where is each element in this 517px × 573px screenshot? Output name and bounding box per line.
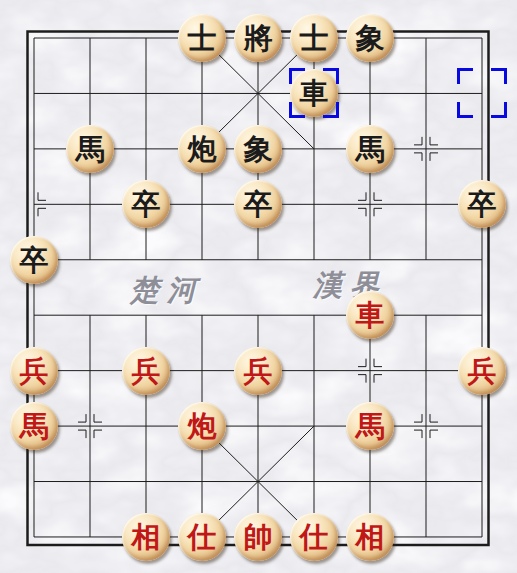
piece-black-soldier[interactable]: 卒 <box>458 180 506 228</box>
piece-red-soldier[interactable]: 兵 <box>234 347 282 395</box>
piece-label: 卒 <box>244 180 273 228</box>
piece-label: 兵 <box>132 347 161 395</box>
piece-black-elephant[interactable]: 象 <box>346 14 394 62</box>
piece-red-cannon[interactable]: 炮 <box>178 402 226 450</box>
piece-label: 馬 <box>356 125 385 173</box>
piece-red-advisor[interactable]: 仕 <box>290 513 338 561</box>
piece-black-soldier[interactable]: 卒 <box>122 180 170 228</box>
piece-red-chariot[interactable]: 車 <box>346 291 394 339</box>
piece-label: 將 <box>244 14 273 62</box>
piece-label: 兵 <box>468 347 497 395</box>
piece-label: 士 <box>188 14 217 62</box>
piece-label: 帥 <box>244 513 273 561</box>
piece-label: 馬 <box>76 125 105 173</box>
piece-label: 炮 <box>188 125 217 173</box>
bracket-corner <box>491 68 507 84</box>
piece-black-general[interactable]: 將 <box>234 14 282 62</box>
piece-label: 兵 <box>244 347 273 395</box>
piece-label: 兵 <box>20 347 49 395</box>
piece-black-chariot[interactable]: 車 <box>290 69 338 117</box>
piece-label: 馬 <box>20 402 49 450</box>
piece-black-cannon[interactable]: 炮 <box>178 125 226 173</box>
piece-label: 卒 <box>132 180 161 228</box>
piece-black-soldier[interactable]: 卒 <box>234 180 282 228</box>
bracket-corner <box>457 102 473 118</box>
piece-red-soldier[interactable]: 兵 <box>10 347 58 395</box>
piece-red-horse[interactable]: 馬 <box>346 402 394 450</box>
piece-red-elephant[interactable]: 相 <box>122 513 170 561</box>
piece-black-advisor[interactable]: 士 <box>290 14 338 62</box>
piece-label: 象 <box>244 125 273 173</box>
bracket-corner <box>457 68 473 84</box>
piece-red-advisor[interactable]: 仕 <box>178 513 226 561</box>
piece-label: 卒 <box>468 180 497 228</box>
piece-label: 相 <box>132 513 161 561</box>
piece-label: 相 <box>356 513 385 561</box>
xiangqi-app: 楚河 漢界 士將士象車馬炮象馬卒卒卒卒車兵兵兵兵馬炮馬相仕帥仕相 <box>0 0 517 573</box>
piece-label: 卒 <box>20 236 49 284</box>
piece-red-general[interactable]: 帥 <box>234 513 282 561</box>
piece-label: 車 <box>356 291 385 339</box>
piece-label: 炮 <box>188 402 217 450</box>
piece-label: 士 <box>300 14 329 62</box>
piece-label: 仕 <box>300 513 329 561</box>
piece-black-horse[interactable]: 馬 <box>66 125 114 173</box>
piece-label: 車 <box>300 69 329 117</box>
piece-red-elephant[interactable]: 相 <box>346 513 394 561</box>
bracket-corner <box>491 102 507 118</box>
piece-black-advisor[interactable]: 士 <box>178 14 226 62</box>
piece-label: 象 <box>356 14 385 62</box>
piece-label: 馬 <box>356 402 385 450</box>
piece-red-soldier[interactable]: 兵 <box>122 347 170 395</box>
piece-layer: 士將士象車馬炮象馬卒卒卒卒車兵兵兵兵馬炮馬相仕帥仕相 <box>0 0 517 573</box>
piece-red-soldier[interactable]: 兵 <box>458 347 506 395</box>
piece-label: 仕 <box>188 513 217 561</box>
last-move-from-marker <box>457 68 507 118</box>
piece-red-horse[interactable]: 馬 <box>10 402 58 450</box>
piece-black-soldier[interactable]: 卒 <box>10 236 58 284</box>
piece-black-elephant[interactable]: 象 <box>234 125 282 173</box>
piece-black-horse[interactable]: 馬 <box>346 125 394 173</box>
